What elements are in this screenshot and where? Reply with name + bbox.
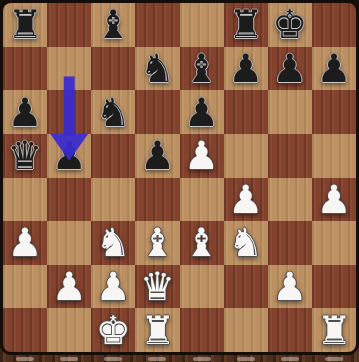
black-pawn-a6[interactable]: ♟ — [8, 93, 43, 132]
square-d8[interactable] — [135, 3, 179, 47]
frame-notch — [60, 357, 78, 361]
square-e8[interactable] — [180, 3, 224, 47]
white-pawn-f4[interactable]: ♟ — [228, 180, 263, 219]
square-c8[interactable]: ♝ — [91, 3, 135, 47]
frame-notch — [104, 357, 122, 361]
black-pawn-g7[interactable]: ♟ — [272, 49, 307, 88]
square-b3[interactable] — [47, 221, 91, 265]
square-f4[interactable]: ♟ — [224, 178, 268, 222]
square-c2[interactable]: ♟ — [91, 265, 135, 309]
square-h1[interactable]: ♜ — [312, 308, 356, 352]
square-h3[interactable] — [312, 221, 356, 265]
white-knight-c3[interactable]: ♞ — [96, 223, 131, 262]
square-g4[interactable] — [268, 178, 312, 222]
frame-notch — [16, 357, 34, 361]
square-d3[interactable]: ♝ — [135, 221, 179, 265]
square-h6[interactable] — [312, 90, 356, 134]
frame-notch — [148, 357, 166, 361]
square-g1[interactable] — [268, 308, 312, 352]
square-g8[interactable]: ♚ — [268, 3, 312, 47]
black-king-g8[interactable]: ♚ — [272, 5, 307, 44]
black-rook-f8[interactable]: ♜ — [228, 5, 263, 44]
square-a8[interactable]: ♜ — [3, 3, 47, 47]
white-rook-h1[interactable]: ♜ — [316, 311, 351, 350]
square-d2[interactable]: ♛ — [135, 265, 179, 309]
square-f2[interactable] — [224, 265, 268, 309]
white-bishop-d3[interactable]: ♝ — [140, 223, 175, 262]
white-rook-d1[interactable]: ♜ — [140, 311, 175, 350]
square-a4[interactable] — [3, 178, 47, 222]
square-d6[interactable] — [135, 90, 179, 134]
black-pawn-h7[interactable]: ♟ — [316, 49, 351, 88]
square-b2[interactable]: ♟ — [47, 265, 91, 309]
square-b8[interactable] — [47, 3, 91, 47]
white-pawn-h4[interactable]: ♟ — [316, 180, 351, 219]
black-pawn-d5[interactable]: ♟ — [140, 136, 175, 175]
white-pawn-a3[interactable]: ♟ — [8, 223, 43, 262]
white-queen-d2[interactable]: ♛ — [140, 267, 175, 306]
white-pawn-b2[interactable]: ♟ — [52, 267, 87, 306]
square-d1[interactable]: ♜ — [135, 308, 179, 352]
square-e5[interactable]: ♟ — [180, 134, 224, 178]
square-b1[interactable] — [47, 308, 91, 352]
square-b4[interactable] — [47, 178, 91, 222]
white-king-c1[interactable]: ♚ — [96, 311, 131, 350]
square-a2[interactable] — [3, 265, 47, 309]
frame-notch — [237, 357, 255, 361]
square-c7[interactable] — [91, 47, 135, 91]
square-e2[interactable] — [180, 265, 224, 309]
black-knight-c6[interactable]: ♞ — [96, 93, 131, 132]
square-f1[interactable] — [224, 308, 268, 352]
square-g5[interactable] — [268, 134, 312, 178]
square-h5[interactable] — [312, 134, 356, 178]
square-f7[interactable]: ♟ — [224, 47, 268, 91]
black-bishop-c8[interactable]: ♝ — [96, 5, 131, 44]
square-g2[interactable]: ♟ — [268, 265, 312, 309]
black-knight-d7[interactable]: ♞ — [140, 49, 175, 88]
white-knight-f3[interactable]: ♞ — [228, 223, 263, 262]
square-c6[interactable]: ♞ — [91, 90, 135, 134]
white-bishop-e3[interactable]: ♝ — [184, 223, 219, 262]
white-pawn-c2[interactable]: ♟ — [96, 267, 131, 306]
square-a3[interactable]: ♟ — [3, 221, 47, 265]
square-g7[interactable]: ♟ — [268, 47, 312, 91]
frame-notch — [325, 357, 343, 361]
black-bishop-e7[interactable]: ♝ — [184, 49, 219, 88]
square-e3[interactable]: ♝ — [180, 221, 224, 265]
square-d7[interactable]: ♞ — [135, 47, 179, 91]
square-b6[interactable] — [47, 90, 91, 134]
square-h7[interactable]: ♟ — [312, 47, 356, 91]
square-h2[interactable] — [312, 265, 356, 309]
square-h8[interactable] — [312, 3, 356, 47]
square-a5[interactable]: ♛ — [3, 134, 47, 178]
white-pawn-e5[interactable]: ♟ — [184, 136, 219, 175]
black-pawn-e6[interactable]: ♟ — [184, 93, 219, 132]
square-a7[interactable] — [3, 47, 47, 91]
black-pawn-b5[interactable]: ♟ — [52, 136, 87, 175]
square-f5[interactable] — [224, 134, 268, 178]
square-g6[interactable] — [268, 90, 312, 134]
square-g3[interactable] — [268, 221, 312, 265]
square-d5[interactable]: ♟ — [135, 134, 179, 178]
square-c5[interactable] — [91, 134, 135, 178]
square-f8[interactable]: ♜ — [224, 3, 268, 47]
square-e4[interactable] — [180, 178, 224, 222]
square-a1[interactable] — [3, 308, 47, 352]
square-f6[interactable] — [224, 90, 268, 134]
square-d4[interactable] — [135, 178, 179, 222]
frame-notch — [193, 357, 211, 361]
square-b7[interactable] — [47, 47, 91, 91]
board-shell: ♜♝♜♚♞♝♟♟♟♟♞♟♛♟♟♟♟♟♟♞♝♝♞♟♟♛♟♚♜♜ — [0, 0, 359, 355]
square-c4[interactable] — [91, 178, 135, 222]
square-f3[interactable]: ♞ — [224, 221, 268, 265]
square-c3[interactable]: ♞ — [91, 221, 135, 265]
frame-notch — [281, 357, 299, 361]
square-e1[interactable] — [180, 308, 224, 352]
black-pawn-f7[interactable]: ♟ — [228, 49, 263, 88]
square-b5[interactable]: ♟ — [47, 134, 91, 178]
white-pawn-g2[interactable]: ♟ — [272, 267, 307, 306]
square-a6[interactable]: ♟ — [3, 90, 47, 134]
black-queen-a5[interactable]: ♛ — [8, 136, 43, 175]
square-e6[interactable]: ♟ — [180, 90, 224, 134]
board-grid: ♜♝♜♚♞♝♟♟♟♟♞♟♛♟♟♟♟♟♟♞♝♝♞♟♟♛♟♚♜♜ — [3, 3, 356, 352]
square-h4[interactable]: ♟ — [312, 178, 356, 222]
black-rook-a8[interactable]: ♜ — [8, 5, 43, 44]
square-c1[interactable]: ♚ — [91, 308, 135, 352]
square-e7[interactable]: ♝ — [180, 47, 224, 91]
chess-board[interactable]: ♜♝♜♚♞♝♟♟♟♟♞♟♛♟♟♟♟♟♟♞♝♝♞♟♟♛♟♚♜♜ — [3, 3, 356, 352]
